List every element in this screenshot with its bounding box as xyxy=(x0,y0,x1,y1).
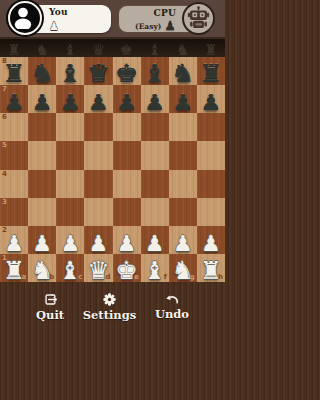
piece-black-queen: ♛ xyxy=(87,61,109,86)
rank-label-3: 3 xyxy=(2,199,7,206)
square-f7[interactable]: ♟ xyxy=(141,85,169,113)
quit-button[interactable]: Quit xyxy=(36,293,64,322)
square-a4[interactable]: 4 xyxy=(0,170,28,198)
reflection-silhouette: ♞ xyxy=(28,44,56,57)
square-b8[interactable]: ♞ xyxy=(28,57,56,85)
square-d8[interactable]: ♛ xyxy=(84,57,112,85)
square-d5[interactable] xyxy=(84,141,112,169)
square-d3[interactable] xyxy=(84,198,112,226)
square-h7[interactable]: ♟ xyxy=(197,85,225,113)
square-a5[interactable]: 5 xyxy=(0,141,28,169)
square-h1[interactable]: h♜ xyxy=(197,254,225,282)
reflection-silhouette: ♚ xyxy=(113,44,141,57)
piece-white-pawn: ♟ xyxy=(89,233,109,255)
square-d2[interactable]: ♟ xyxy=(84,226,112,254)
piece-white-pawn: ♟ xyxy=(4,233,24,255)
square-g5[interactable] xyxy=(169,141,197,169)
undo-button[interactable]: Undo xyxy=(155,293,189,322)
square-a3[interactable]: 3 xyxy=(0,198,28,226)
square-e2[interactable]: ♟ xyxy=(113,226,141,254)
file-label-d: d xyxy=(105,274,110,281)
rank-label-8: 8 xyxy=(2,58,7,65)
square-e8[interactable]: ♚ xyxy=(113,57,141,85)
piece-black-rook: ♜ xyxy=(200,61,222,86)
file-label-h: h xyxy=(218,274,223,281)
square-h8[interactable]: ♜ xyxy=(197,57,225,85)
rank-label-2: 2 xyxy=(2,227,7,234)
piece-black-pawn: ♟ xyxy=(32,92,52,114)
user-avatar xyxy=(8,1,42,35)
square-e4[interactable] xyxy=(113,170,141,198)
board-back-reflection: ♜♞♝♛♚♝♞♜ xyxy=(0,39,225,57)
piece-black-knight: ♞ xyxy=(172,61,194,86)
reflection-silhouette: ♛ xyxy=(84,44,112,57)
square-f2[interactable]: ♟ xyxy=(141,226,169,254)
file-label-g: g xyxy=(190,274,195,281)
white-pawn-icon: ♟ xyxy=(49,21,59,32)
gear-icon xyxy=(103,293,116,306)
black-pawn-icon: ♟ xyxy=(164,20,176,32)
square-h5[interactable] xyxy=(197,141,225,169)
piece-black-king: ♚ xyxy=(115,61,137,86)
file-label-f: f xyxy=(164,274,167,281)
square-b7[interactable]: ♟ xyxy=(28,85,56,113)
square-g3[interactable] xyxy=(169,198,197,226)
square-b6[interactable] xyxy=(28,113,56,141)
piece-white-pawn: ♟ xyxy=(32,233,52,255)
square-d4[interactable] xyxy=(84,170,112,198)
square-g1[interactable]: g♞ xyxy=(169,254,197,282)
piece-white-pawn: ♟ xyxy=(60,233,80,255)
square-b4[interactable] xyxy=(28,170,56,198)
quit-label: Quit xyxy=(36,308,64,322)
square-e1[interactable]: e♚ xyxy=(113,254,141,282)
square-e5[interactable] xyxy=(113,141,141,169)
square-f5[interactable] xyxy=(141,141,169,169)
square-a6[interactable]: 6 xyxy=(0,113,28,141)
square-a1[interactable]: 1a♜ xyxy=(0,254,28,282)
settings-button[interactable]: Settings xyxy=(83,293,137,322)
square-b5[interactable] xyxy=(28,141,56,169)
square-h6[interactable] xyxy=(197,113,225,141)
undo-arrow-icon xyxy=(165,293,179,305)
square-b2[interactable]: ♟ xyxy=(28,226,56,254)
piece-white-pawn: ♟ xyxy=(201,233,221,255)
square-d6[interactable] xyxy=(84,113,112,141)
square-b1[interactable]: b♞ xyxy=(28,254,56,282)
square-g7[interactable]: ♟ xyxy=(169,85,197,113)
square-c8[interactable]: ♝ xyxy=(56,57,84,85)
reflection-silhouette: ♜ xyxy=(197,44,225,57)
piece-white-bishop: ♝ xyxy=(143,258,165,283)
file-label-c: c xyxy=(78,274,82,281)
piece-black-pawn: ♟ xyxy=(89,92,109,114)
reflection-silhouette: ♜ xyxy=(0,44,28,57)
player-name-cpu: CPU xyxy=(135,9,176,18)
piece-white-pawn: ♟ xyxy=(117,233,137,255)
square-h3[interactable] xyxy=(197,198,225,226)
square-c5[interactable] xyxy=(56,141,84,169)
piece-black-pawn: ♟ xyxy=(4,92,24,114)
square-c7[interactable]: ♟ xyxy=(56,85,84,113)
square-f1[interactable]: f♝ xyxy=(141,254,169,282)
square-f6[interactable] xyxy=(141,113,169,141)
square-d1[interactable]: d♛ xyxy=(84,254,112,282)
piece-white-pawn: ♟ xyxy=(145,233,165,255)
square-e6[interactable] xyxy=(113,113,141,141)
piece-black-bishop: ♝ xyxy=(59,61,81,86)
square-g6[interactable] xyxy=(169,113,197,141)
rank-label-4: 4 xyxy=(2,171,7,178)
square-g8[interactable]: ♞ xyxy=(169,57,197,85)
piece-white-pawn: ♟ xyxy=(173,233,193,255)
square-c6[interactable] xyxy=(56,113,84,141)
square-e7[interactable]: ♟ xyxy=(113,85,141,113)
rank-label-5: 5 xyxy=(2,142,7,149)
square-a2[interactable]: 2♟ xyxy=(0,226,28,254)
file-label-e: e xyxy=(134,274,139,281)
file-label-b: b xyxy=(49,274,54,281)
player-card-you: You ♟ xyxy=(12,5,111,33)
square-b3[interactable] xyxy=(28,198,56,226)
bottom-toolbar: Quit Settings Undo xyxy=(0,293,225,322)
square-c1[interactable]: c♝ xyxy=(56,254,84,282)
file-label-a: a xyxy=(21,274,26,281)
square-c2[interactable]: ♟ xyxy=(56,226,84,254)
chess-board: 8♜♞♝♛♚♝♞♜7♟♟♟♟♟♟♟♟65432♟♟♟♟♟♟♟♟1a♜b♞c♝d♛… xyxy=(0,57,225,282)
square-h4[interactable] xyxy=(197,170,225,198)
square-f3[interactable] xyxy=(141,198,169,226)
robot-icon xyxy=(186,6,211,31)
square-d7[interactable]: ♟ xyxy=(84,85,112,113)
cpu-difficulty: (Easy) xyxy=(135,23,161,33)
player-card-cpu: CPU (Easy) ♟ xyxy=(118,5,214,33)
person-icon xyxy=(10,3,36,29)
reflection-silhouette: ♝ xyxy=(141,44,169,57)
square-e3[interactable] xyxy=(113,198,141,226)
piece-black-pawn: ♟ xyxy=(117,92,137,114)
settings-label: Settings xyxy=(83,308,137,322)
piece-black-pawn: ♟ xyxy=(60,92,80,114)
square-h2[interactable]: ♟ xyxy=(197,226,225,254)
piece-black-pawn: ♟ xyxy=(201,92,221,114)
undo-label: Undo xyxy=(155,307,189,321)
square-f4[interactable] xyxy=(141,170,169,198)
exit-icon xyxy=(44,293,57,306)
piece-black-pawn: ♟ xyxy=(173,92,193,114)
rank-label-6: 6 xyxy=(2,114,7,121)
rank-label-1: 1 xyxy=(2,255,7,262)
player-name-you: You xyxy=(49,8,111,17)
square-f8[interactable]: ♝ xyxy=(141,57,169,85)
top-bar: You ♟ CPU (Easy) ♟ xyxy=(0,0,225,39)
square-g4[interactable] xyxy=(169,170,197,198)
rank-label-7: 7 xyxy=(2,86,7,93)
reflection-silhouette: ♝ xyxy=(56,44,84,57)
square-g2[interactable]: ♟ xyxy=(169,226,197,254)
piece-black-bishop: ♝ xyxy=(143,61,165,86)
piece-black-knight: ♞ xyxy=(31,61,53,86)
cpu-avatar xyxy=(182,2,215,35)
square-a7[interactable]: 7♟ xyxy=(0,85,28,113)
square-a8[interactable]: 8♜ xyxy=(0,57,28,85)
square-c3[interactable] xyxy=(56,198,84,226)
piece-black-pawn: ♟ xyxy=(145,92,165,114)
square-c4[interactable] xyxy=(56,170,84,198)
reflection-silhouette: ♞ xyxy=(169,44,197,57)
